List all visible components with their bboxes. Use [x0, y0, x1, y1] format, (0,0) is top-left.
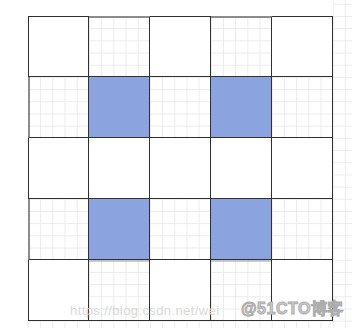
cell-r2c1	[89, 138, 150, 199]
cell-r1c4	[272, 77, 333, 138]
puzzle-board	[28, 16, 333, 321]
cell-r3c3	[211, 199, 272, 260]
cell-r3c0	[28, 199, 89, 260]
51cto-watermark-badge: @51CTO博客	[241, 299, 344, 320]
csdn-watermark-url: https://blog.csdn.net/wei	[70, 303, 219, 318]
cell-r0c2	[150, 16, 211, 77]
margin-cover-top	[0, 0, 333, 16]
cell-r3c2	[150, 199, 211, 260]
cell-r0c1	[89, 16, 150, 77]
cell-r0c0	[28, 16, 89, 77]
screenshot-canvas: https://blog.csdn.net/wei @51CTO博客	[0, 0, 352, 328]
cell-r0c3	[211, 16, 272, 77]
cell-r1c3	[211, 77, 272, 138]
cell-r1c0	[28, 77, 89, 138]
cell-r1c2	[150, 77, 211, 138]
cell-r3c1	[89, 199, 150, 260]
cell-r2c3	[211, 138, 272, 199]
cell-r2c0	[28, 138, 89, 199]
margin-cover-left	[0, 16, 28, 328]
cell-r2c4	[272, 138, 333, 199]
cell-r0c4	[272, 16, 333, 77]
cell-r2c2	[150, 138, 211, 199]
cell-r1c1	[89, 77, 150, 138]
cell-r3c4	[272, 199, 333, 260]
